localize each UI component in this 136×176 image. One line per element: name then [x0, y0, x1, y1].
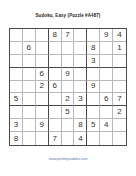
cell-r4c4: [49, 68, 62, 81]
cell-r8c6: 8: [74, 119, 87, 132]
footer-link[interactable]: www.printmysudoku.com: [0, 157, 136, 162]
cell-r4c8: [100, 68, 113, 81]
cell-r1c1: [10, 29, 23, 42]
cell-r7c5: 5: [62, 106, 75, 119]
cell-r5c1: [10, 81, 23, 94]
cell-r5c2: [23, 81, 36, 94]
cell-r1c9: 4: [113, 29, 126, 42]
cell-r4c2: [23, 68, 36, 81]
cell-r4c3: 6: [36, 68, 49, 81]
cell-r2c9: 1: [113, 42, 126, 55]
cell-r5c9: [113, 81, 126, 94]
cell-r2c7: 8: [87, 42, 100, 55]
cell-r6c6: 3: [74, 93, 87, 106]
sudoku-page: Sudoku, Easy (Puzzle #A487) 879468136926…: [0, 0, 136, 176]
cell-r7c8: [100, 106, 113, 119]
cell-r2c3: [36, 42, 49, 55]
cell-r6c8: 6: [100, 93, 113, 106]
cell-r9c1: 8: [10, 132, 23, 145]
cell-r8c7: 5: [87, 119, 100, 132]
cell-r9c4: 7: [49, 132, 62, 145]
cell-r7c3: [36, 106, 49, 119]
cell-r5c3: 2: [36, 81, 49, 94]
cell-r2c8: [100, 42, 113, 55]
cell-r3c9: [113, 55, 126, 68]
cell-r1c4: 8: [49, 29, 62, 42]
cell-r6c9: 7: [113, 93, 126, 106]
cell-r5c4: 6: [49, 81, 62, 94]
cell-r4c7: [87, 68, 100, 81]
cell-r7c6: [74, 106, 87, 119]
cell-r6c5: 2: [62, 93, 75, 106]
cell-r3c8: [100, 55, 113, 68]
cell-r3c2: [23, 55, 36, 68]
cell-r4c9: [113, 68, 126, 81]
cell-r7c9: 2: [113, 106, 126, 119]
cell-r8c3: 9: [36, 119, 49, 132]
cell-r6c3: [36, 93, 49, 106]
cell-r8c4: [49, 119, 62, 132]
cell-r6c2: [23, 93, 36, 106]
cell-r2c1: [10, 42, 23, 55]
cell-r5c5: [62, 81, 75, 94]
cell-r9c2: [23, 132, 36, 145]
cell-r9c6: 4: [74, 132, 87, 145]
cell-r1c6: [74, 29, 87, 42]
cell-r8c5: [62, 119, 75, 132]
cell-r4c6: [74, 68, 87, 81]
cell-r3c6: [74, 55, 87, 68]
cell-r8c8: 4: [100, 119, 113, 132]
page-title: Sudoku, Easy (Puzzle #A487): [0, 13, 136, 19]
cell-r7c2: [23, 106, 36, 119]
cell-r1c2: [23, 29, 36, 42]
cell-r1c3: [36, 29, 49, 42]
cell-r9c5: [62, 132, 75, 145]
cell-r7c1: [10, 106, 23, 119]
cell-r6c4: [49, 93, 62, 106]
cell-r3c5: [62, 55, 75, 68]
cell-r9c3: [36, 132, 49, 145]
cell-r9c9: [113, 132, 126, 145]
cell-r4c5: 9: [62, 68, 75, 81]
cell-r1c5: 7: [62, 29, 75, 42]
cell-r1c7: [87, 29, 100, 42]
cell-r7c7: [87, 106, 100, 119]
cell-r5c7: 9: [87, 81, 100, 94]
cell-r9c8: [100, 132, 113, 145]
cell-r3c1: [10, 55, 23, 68]
cell-r8c1: 3: [10, 119, 23, 132]
cell-r2c6: [74, 42, 87, 55]
cell-r8c2: [23, 119, 36, 132]
cell-r1c8: 9: [100, 29, 113, 42]
cell-r2c2: 6: [23, 42, 36, 55]
cell-r9c7: [87, 132, 100, 145]
cell-r5c8: [100, 81, 113, 94]
cell-r7c4: [49, 106, 62, 119]
cell-r6c1: 5: [10, 93, 23, 106]
cell-r5c6: [74, 81, 87, 94]
cell-r3c7: 3: [87, 55, 100, 68]
sudoku-board: 8794681369269523675239854874: [9, 28, 127, 146]
cell-r6c7: [87, 93, 100, 106]
cell-r8c9: [113, 119, 126, 132]
cell-r3c3: [36, 55, 49, 68]
cell-r3c4: [49, 55, 62, 68]
cell-r4c1: [10, 68, 23, 81]
cell-r2c4: [49, 42, 62, 55]
cell-r2c5: [62, 42, 75, 55]
